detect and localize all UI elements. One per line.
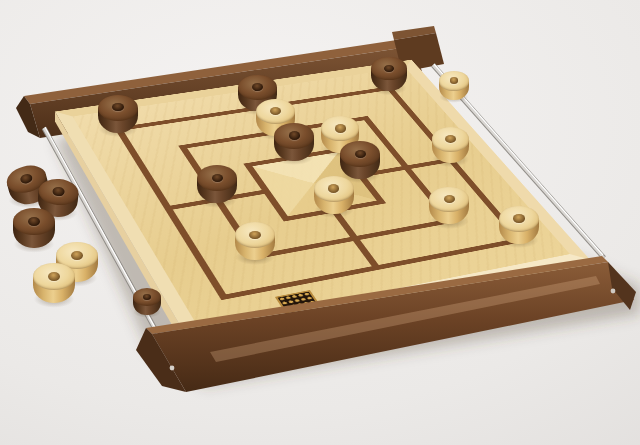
piece-hole	[450, 77, 458, 83]
dark-man-g7[interactable]	[371, 57, 407, 91]
light-man-g1[interactable]	[499, 206, 538, 243]
piece-hole	[289, 131, 300, 139]
piece-top	[499, 206, 538, 232]
piece-top	[13, 208, 55, 235]
light-man-d3[interactable]	[314, 176, 354, 214]
dark-man-e4[interactable]	[340, 141, 379, 178]
piece-top	[33, 263, 75, 290]
piece-hole	[112, 103, 123, 111]
dark-man-offboard-3[interactable]	[13, 208, 55, 248]
pieces-layer	[0, 0, 640, 445]
light-man-f2[interactable]	[429, 187, 469, 225]
piece-hole	[270, 107, 281, 115]
piece-top	[439, 71, 469, 91]
dark-man-d5[interactable]	[274, 123, 314, 161]
piece-top	[133, 288, 161, 306]
light-man-g4[interactable]	[432, 127, 470, 163]
piece-hole	[252, 83, 263, 91]
photo-scene: Nine Men's Morris	[0, 0, 640, 445]
piece-hole	[53, 187, 65, 196]
piece-hole	[48, 272, 60, 281]
piece-hole	[20, 173, 33, 184]
piece-top	[274, 123, 314, 149]
piece-hole	[384, 65, 394, 73]
piece-top	[340, 141, 379, 167]
piece-hole	[444, 195, 455, 203]
light-rod-bead[interactable]	[439, 71, 469, 100]
light-man-offboard-5[interactable]	[33, 263, 75, 303]
light-man-b2[interactable]	[235, 222, 275, 260]
piece-top	[256, 99, 295, 124]
piece-hole	[212, 174, 223, 182]
piece-top	[314, 176, 354, 202]
piece-hole	[71, 251, 83, 260]
dark-rod-bead[interactable]	[133, 288, 161, 315]
piece-hole	[28, 217, 40, 226]
dark-man-b4[interactable]	[197, 165, 237, 203]
piece-top	[432, 127, 470, 151]
piece-hole	[335, 124, 346, 132]
piece-top	[238, 75, 276, 100]
piece-hole	[328, 184, 339, 192]
piece-hole	[513, 214, 524, 222]
piece-hole	[445, 135, 456, 143]
piece-hole	[355, 150, 366, 158]
piece-hole	[249, 231, 260, 239]
piece-hole	[143, 294, 151, 300]
dark-man-a7[interactable]	[98, 95, 138, 133]
piece-top	[98, 95, 138, 121]
